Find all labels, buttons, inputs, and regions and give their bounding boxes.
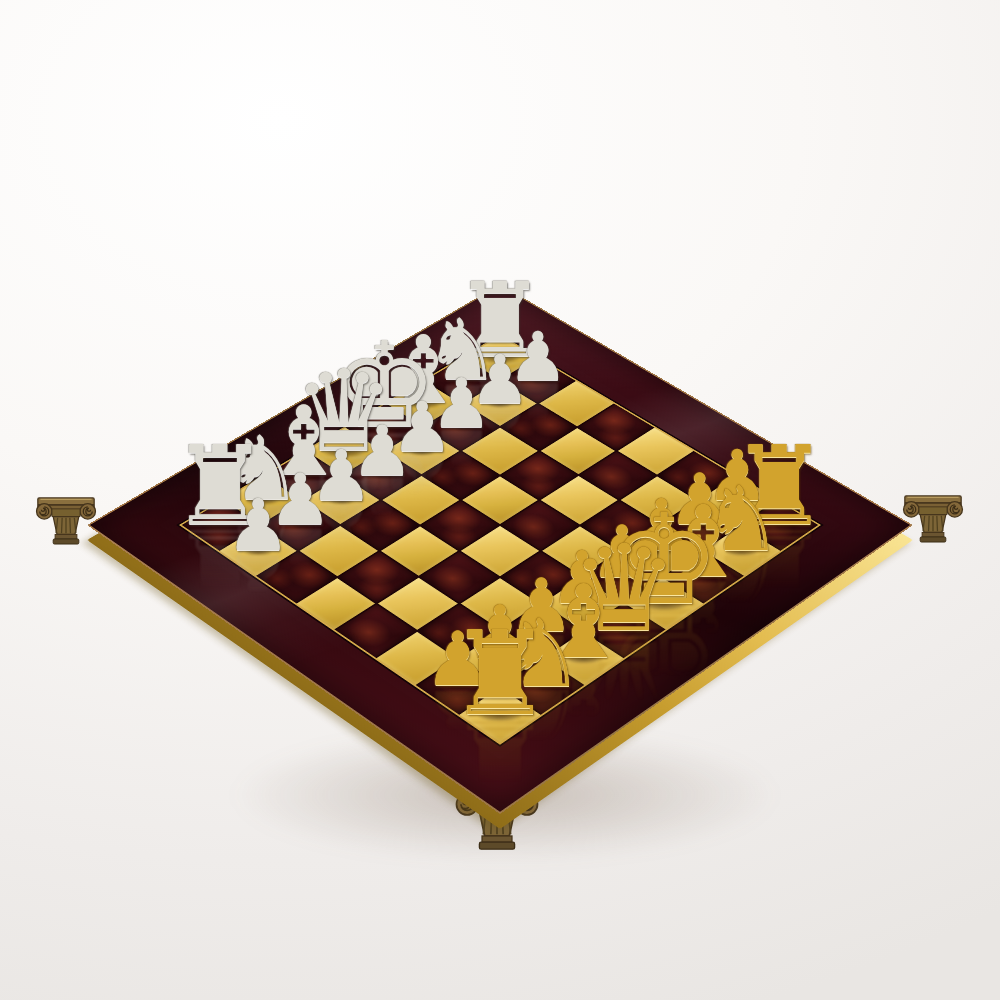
chess-set-photo: ♜♜♟♟♟♟♜♜♞♞♟♟♟♟♞♞♝♝♟♟♟♟♝♝♚♚♟♟♟♟♚♚♛♛♟♟♟♟♛♛… [0,0,1000,1000]
board-grid [182,336,818,743]
ionic-leg-icon-right [901,494,965,544]
